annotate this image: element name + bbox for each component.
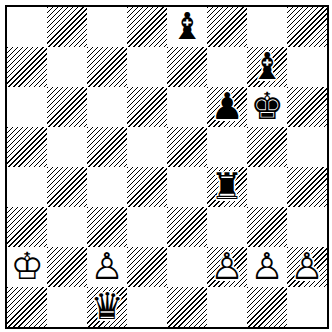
square-b4[interactable] — [47, 167, 87, 207]
square-e4[interactable] — [167, 167, 207, 207]
square-d4[interactable] — [127, 167, 167, 207]
square-g4[interactable] — [247, 167, 287, 207]
square-f5[interactable] — [207, 127, 247, 167]
square-a3[interactable] — [7, 207, 47, 247]
piece-white-pawn: ♟♙ — [207, 247, 247, 287]
square-f6[interactable]: ♟♟ — [207, 87, 247, 127]
black-pawn-icon: ♟ — [210, 87, 243, 127]
square-g2[interactable]: ♟♙ — [247, 247, 287, 287]
piece-black-king: ♚♚ — [247, 87, 287, 127]
piece-black-queen: ♛♛ — [87, 287, 127, 327]
square-g6[interactable]: ♚♚ — [247, 87, 287, 127]
black-bishop-icon: ♝ — [250, 47, 283, 87]
square-f4[interactable]: ♜♜ — [207, 167, 247, 207]
piece-white-pawn: ♟♙ — [247, 247, 287, 287]
square-h7[interactable] — [287, 47, 327, 87]
square-g5[interactable] — [247, 127, 287, 167]
square-f8[interactable] — [207, 7, 247, 47]
square-e1[interactable] — [167, 287, 207, 327]
square-f1[interactable] — [207, 287, 247, 327]
square-h4[interactable] — [287, 167, 327, 207]
square-b3[interactable] — [47, 207, 87, 247]
piece-black-pawn: ♟♟ — [207, 87, 247, 127]
square-d2[interactable] — [127, 247, 167, 287]
square-d6[interactable] — [127, 87, 167, 127]
square-c6[interactable] — [87, 87, 127, 127]
square-c1[interactable]: ♛♛ — [87, 287, 127, 327]
square-f7[interactable] — [207, 47, 247, 87]
square-e6[interactable] — [167, 87, 207, 127]
square-c5[interactable] — [87, 127, 127, 167]
board-border: ♝♝♝♝♟♟♚♚♜♜♚♔♟♙♟♙♟♙♟♙♛♛ — [5, 5, 329, 329]
square-e8[interactable]: ♝♝ — [167, 7, 207, 47]
white-king-icon: ♔ — [10, 247, 43, 287]
black-bishop-icon: ♝ — [170, 7, 203, 47]
square-a1[interactable] — [7, 287, 47, 327]
square-e3[interactable] — [167, 207, 207, 247]
square-e7[interactable] — [167, 47, 207, 87]
square-c4[interactable] — [87, 167, 127, 207]
square-g8[interactable] — [247, 7, 287, 47]
square-g1[interactable] — [247, 287, 287, 327]
square-h2[interactable]: ♟♙ — [287, 247, 327, 287]
piece-white-pawn: ♟♙ — [87, 247, 127, 287]
chessboard: ♝♝♝♝♟♟♚♚♜♜♚♔♟♙♟♙♟♙♟♙♛♛ — [7, 7, 327, 327]
square-b6[interactable] — [47, 87, 87, 127]
square-b2[interactable] — [47, 247, 87, 287]
white-pawn-icon: ♙ — [210, 247, 243, 287]
chess-diagram: ♝♝♝♝♟♟♚♚♜♜♚♔♟♙♟♙♟♙♟♙♛♛ — [0, 0, 332, 332]
square-b5[interactable] — [47, 127, 87, 167]
square-f2[interactable]: ♟♙ — [207, 247, 247, 287]
square-h8[interactable] — [287, 7, 327, 47]
square-d7[interactable] — [127, 47, 167, 87]
square-c2[interactable]: ♟♙ — [87, 247, 127, 287]
square-a6[interactable] — [7, 87, 47, 127]
square-g7[interactable]: ♝♝ — [247, 47, 287, 87]
black-rook-icon: ♜ — [210, 167, 243, 207]
white-pawn-icon: ♙ — [290, 247, 323, 287]
square-e5[interactable] — [167, 127, 207, 167]
square-a8[interactable] — [7, 7, 47, 47]
piece-black-bishop: ♝♝ — [167, 7, 207, 47]
piece-white-king: ♚♔ — [7, 247, 47, 287]
square-a7[interactable] — [7, 47, 47, 87]
square-c8[interactable] — [87, 7, 127, 47]
square-b1[interactable] — [47, 287, 87, 327]
square-g3[interactable] — [247, 207, 287, 247]
square-d8[interactable] — [127, 7, 167, 47]
black-queen-icon: ♛ — [90, 287, 123, 327]
piece-white-pawn: ♟♙ — [287, 247, 327, 287]
square-h6[interactable] — [287, 87, 327, 127]
square-a5[interactable] — [7, 127, 47, 167]
square-d5[interactable] — [127, 127, 167, 167]
white-pawn-icon: ♙ — [90, 247, 123, 287]
square-a4[interactable] — [7, 167, 47, 207]
white-pawn-icon: ♙ — [250, 247, 283, 287]
square-b7[interactable] — [47, 47, 87, 87]
square-h3[interactable] — [287, 207, 327, 247]
square-h5[interactable] — [287, 127, 327, 167]
piece-black-rook: ♜♜ — [207, 167, 247, 207]
square-f3[interactable] — [207, 207, 247, 247]
black-king-icon: ♚ — [250, 87, 283, 127]
piece-black-bishop: ♝♝ — [247, 47, 287, 87]
square-b8[interactable] — [47, 7, 87, 47]
square-d1[interactable] — [127, 287, 167, 327]
square-c7[interactable] — [87, 47, 127, 87]
square-h1[interactable] — [287, 287, 327, 327]
square-c3[interactable] — [87, 207, 127, 247]
square-a2[interactable]: ♚♔ — [7, 247, 47, 287]
square-d3[interactable] — [127, 207, 167, 247]
square-e2[interactable] — [167, 247, 207, 287]
